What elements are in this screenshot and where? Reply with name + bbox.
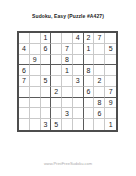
cell-r7c8: 8 [94, 98, 105, 109]
cell-r6c2 [30, 87, 41, 98]
cell-r1c5 [62, 33, 73, 44]
cell-r1c9 [105, 33, 116, 44]
cell-r6c1 [19, 87, 30, 98]
cell-r4c2 [30, 65, 41, 76]
cell-r8c6 [73, 108, 84, 119]
cell-r6c5 [62, 87, 73, 98]
cell-r9c9: 1 [105, 119, 116, 130]
cell-r4c4 [51, 65, 62, 76]
cell-r5c2 [30, 76, 41, 87]
cell-r4c8 [94, 65, 105, 76]
cell-r1c6: 4 [73, 33, 84, 44]
cell-r7c3 [41, 98, 52, 109]
cell-r3c1 [19, 55, 30, 66]
cell-r2c3: 6 [41, 44, 52, 55]
cell-r1c2 [30, 33, 41, 44]
cell-r7c4 [51, 98, 62, 109]
cell-r8c7 [84, 108, 95, 119]
cell-r3c4 [51, 55, 62, 66]
cell-r1c1 [19, 33, 30, 44]
cell-r5c1: 7 [19, 76, 30, 87]
cell-r1c7: 2 [84, 33, 95, 44]
cell-r5c8: 2 [94, 76, 105, 87]
cell-r6c4: 2 [51, 87, 62, 98]
cell-r8c2 [30, 108, 41, 119]
cell-r8c9 [105, 108, 116, 119]
cell-r8c8: 6 [94, 108, 105, 119]
cell-r7c1 [19, 98, 30, 109]
cell-r3c8 [94, 55, 105, 66]
cell-r5c4 [51, 76, 62, 87]
cell-r6c7: 6 [84, 87, 95, 98]
cell-r9c2 [30, 119, 41, 130]
cell-r5c5 [62, 76, 73, 87]
cell-r1c4 [51, 33, 62, 44]
cell-r8c3 [41, 108, 52, 119]
cell-r4c5: 1 [62, 65, 73, 76]
sudoku-grid: 1427467159861875322678936351 [17, 31, 118, 132]
cell-r9c7 [84, 119, 95, 130]
footer-url: www.PrintFreeSudoku.com [0, 161, 136, 166]
cell-r2c8 [94, 44, 105, 55]
cell-r9c6 [73, 119, 84, 130]
cell-r2c7: 1 [84, 44, 95, 55]
cell-r7c7 [84, 98, 95, 109]
cell-r7c6 [73, 98, 84, 109]
cell-r7c2 [30, 98, 41, 109]
cell-r2c6 [73, 44, 84, 55]
cell-r6c9: 7 [105, 87, 116, 98]
cell-r5c3: 5 [41, 76, 52, 87]
cell-r8c5: 3 [62, 108, 73, 119]
cell-r5c7 [84, 76, 95, 87]
cell-r3c7 [84, 55, 95, 66]
cell-r4c1: 6 [19, 65, 30, 76]
cell-r2c4 [51, 44, 62, 55]
cell-r6c6 [73, 87, 84, 98]
cell-r3c9 [105, 55, 116, 66]
cell-r5c9 [105, 76, 116, 87]
sudoku-page: Sudoku, Easy (Puzzle #A427) 142746715986… [0, 0, 136, 176]
cell-r8c1 [19, 108, 30, 119]
cell-r6c3 [41, 87, 52, 98]
cell-r6c8 [94, 87, 105, 98]
cell-r9c1 [19, 119, 30, 130]
cell-r2c1: 4 [19, 44, 30, 55]
cell-r3c3 [41, 55, 52, 66]
cell-r7c9: 9 [105, 98, 116, 109]
cell-r2c5: 7 [62, 44, 73, 55]
cell-r9c4: 5 [51, 119, 62, 130]
cell-r1c8: 7 [94, 33, 105, 44]
cell-r3c5: 8 [62, 55, 73, 66]
cell-r9c5 [62, 119, 73, 130]
cell-r3c6 [73, 55, 84, 66]
cell-r9c3: 3 [41, 119, 52, 130]
cell-r5c6: 3 [73, 76, 84, 87]
cell-r1c3: 1 [41, 33, 52, 44]
cell-r9c8 [94, 119, 105, 130]
cell-r4c6 [73, 65, 84, 76]
cell-r3c2: 9 [30, 55, 41, 66]
cell-r2c9: 5 [105, 44, 116, 55]
cell-r4c7: 8 [84, 65, 95, 76]
cell-r8c4 [51, 108, 62, 119]
cell-r2c2 [30, 44, 41, 55]
cell-r7c5 [62, 98, 73, 109]
puzzle-title: Sudoku, Easy (Puzzle #A427) [0, 13, 136, 19]
cell-r4c9 [105, 65, 116, 76]
cell-r4c3 [41, 65, 52, 76]
